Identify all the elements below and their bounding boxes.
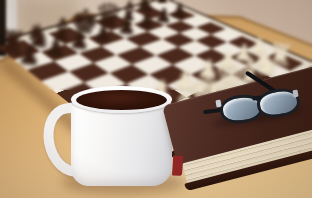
ribbon-bookmark [172,155,183,176]
glasses-hinge [215,100,221,108]
coffee-surface [76,90,167,110]
square: ♟ [245,44,277,59]
glasses-hinge [292,90,298,98]
photo-scene: ♜♟♟♜♞♟♟♞♝♟♟♝♛♟♟♛♚♟♟♚♝♟♟♝♞♟♟♞♜♟♟♜ [0,0,312,198]
